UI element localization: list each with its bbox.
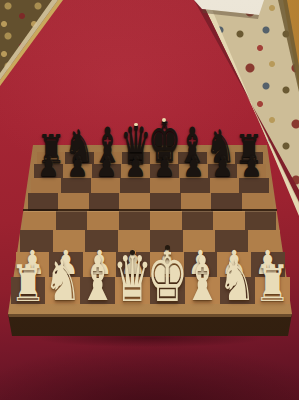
finial-white-king (165, 245, 170, 250)
piece-white-rook-a1[interactable]: ♜ (10, 258, 46, 308)
piece-black-pawn-c7[interactable]: ♟ (96, 153, 118, 181)
piece-white-knight-b1[interactable]: ♞ (44, 253, 82, 310)
piece-black-pawn-f7[interactable]: ♟ (183, 153, 205, 181)
finial-black-queen (134, 123, 137, 126)
piece-black-pawn-a7[interactable]: ♟ (38, 153, 60, 181)
piece-white-knight-g1[interactable]: ♞ (218, 253, 256, 310)
finial-white-queen (130, 250, 134, 254)
piece-white-king-e1[interactable]: ♚ (147, 240, 188, 311)
piece-white-rook-h1[interactable]: ♜ (254, 258, 290, 308)
piece-black-pawn-h7[interactable]: ♟ (241, 153, 263, 181)
piece-black-pawn-d7[interactable]: ♟ (125, 153, 147, 181)
photo-scene: ♜♞♝♛♚♝♞♜♟♟♟♟♟♟♟♟♟♟♟♟♟♟♟♟♜♞♝♛♚♝♞♜ (0, 0, 299, 400)
piece-black-pawn-e7[interactable]: ♟ (154, 153, 176, 181)
piece-black-pawn-g7[interactable]: ♟ (212, 153, 234, 181)
pieces-layer: ♜♞♝♛♚♝♞♜♟♟♟♟♟♟♟♟♟♟♟♟♟♟♟♟♜♞♝♛♚♝♞♜ (0, 0, 299, 400)
piece-black-pawn-b7[interactable]: ♟ (67, 153, 89, 181)
piece-white-bishop-c1[interactable]: ♝ (79, 249, 117, 310)
piece-white-bishop-f1[interactable]: ♝ (183, 249, 221, 310)
